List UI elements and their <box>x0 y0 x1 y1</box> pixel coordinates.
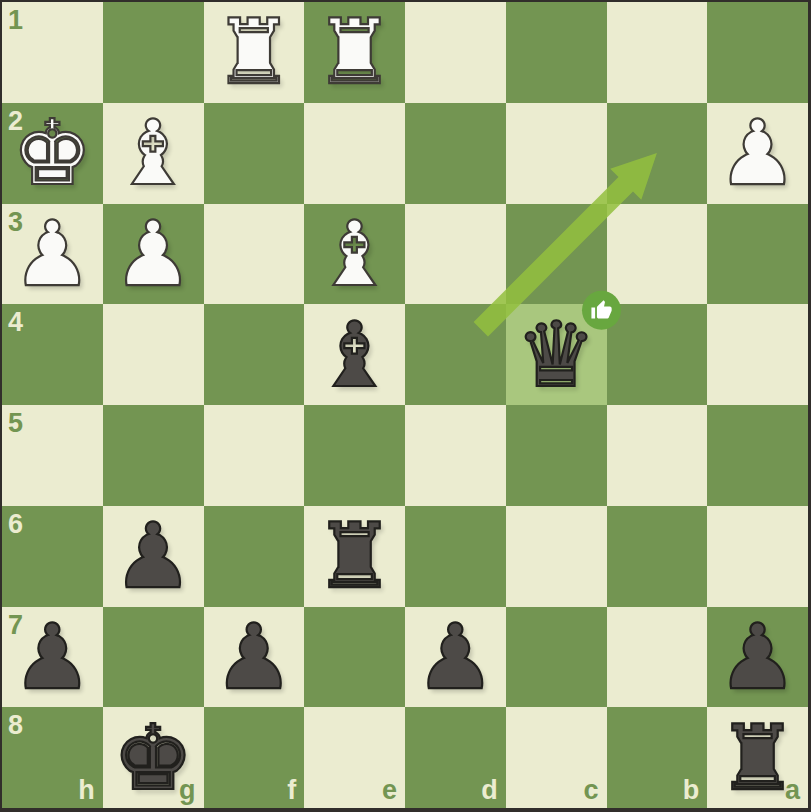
file-label-c: c <box>583 777 598 804</box>
piece-black-pawn-h7[interactable]: ♟ <box>12 612 93 702</box>
square-c6[interactable] <box>506 506 607 607</box>
piece-black-rook-e6[interactable]: ♜ <box>314 511 395 601</box>
square-f6[interactable] <box>204 506 305 607</box>
piece-black-king-g8[interactable]: ♚ <box>113 713 194 803</box>
square-d2[interactable] <box>405 103 506 204</box>
square-b2[interactable] <box>607 103 708 204</box>
square-g8[interactable]: g♚ <box>103 707 204 808</box>
piece-black-pawn-f7[interactable]: ♟ <box>214 612 295 702</box>
square-f8[interactable]: f <box>204 707 305 808</box>
square-a5[interactable] <box>707 405 808 506</box>
file-label-f: f <box>287 777 296 804</box>
square-c2[interactable] <box>506 103 607 204</box>
square-h5[interactable]: 5 <box>2 405 103 506</box>
rank-label-8: 8 <box>8 712 23 739</box>
file-label-h: h <box>78 777 95 804</box>
piece-white-rook-e1[interactable]: ♜ <box>314 7 395 97</box>
square-e7[interactable] <box>304 607 405 708</box>
piece-white-pawn-g3[interactable]: ♟ <box>113 209 194 299</box>
piece-white-rook-f1[interactable]: ♜ <box>214 7 295 97</box>
square-d3[interactable] <box>405 204 506 305</box>
square-a8[interactable]: a♜ <box>707 707 808 808</box>
square-b5[interactable] <box>607 405 708 506</box>
square-g5[interactable] <box>103 405 204 506</box>
square-d6[interactable] <box>405 506 506 607</box>
square-e8[interactable]: e <box>304 707 405 808</box>
piece-black-pawn-g6[interactable]: ♟ <box>113 511 194 601</box>
square-f7[interactable]: ♟ <box>204 607 305 708</box>
piece-black-rook-a8[interactable]: ♜ <box>717 713 798 803</box>
square-h3[interactable]: 3♟ <box>2 204 103 305</box>
piece-black-queen-c4[interactable]: ♛ <box>516 310 597 400</box>
square-c7[interactable] <box>506 607 607 708</box>
square-b3[interactable] <box>607 204 708 305</box>
piece-white-king-h2[interactable]: ♚ <box>12 108 93 198</box>
rank-label-5: 5 <box>8 410 23 437</box>
square-b1[interactable] <box>607 2 708 103</box>
square-e2[interactable] <box>304 103 405 204</box>
rank-label-4: 4 <box>8 309 23 336</box>
square-d5[interactable] <box>405 405 506 506</box>
square-f5[interactable] <box>204 405 305 506</box>
square-d4[interactable] <box>405 304 506 405</box>
square-b4[interactable] <box>607 304 708 405</box>
piece-white-pawn-h3[interactable]: ♟ <box>12 209 93 299</box>
square-g2[interactable]: ♝ <box>103 103 204 204</box>
square-e6[interactable]: ♜ <box>304 506 405 607</box>
piece-white-bishop-e3[interactable]: ♝ <box>314 209 395 299</box>
square-h8[interactable]: 8h <box>2 707 103 808</box>
square-a6[interactable] <box>707 506 808 607</box>
square-c3[interactable] <box>506 204 607 305</box>
piece-white-pawn-a2[interactable]: ♟ <box>717 108 798 198</box>
piece-black-pawn-d7[interactable]: ♟ <box>415 612 496 702</box>
square-g1[interactable] <box>103 2 204 103</box>
square-h6[interactable]: 6 <box>2 506 103 607</box>
square-a1[interactable] <box>707 2 808 103</box>
square-b7[interactable] <box>607 607 708 708</box>
square-e4[interactable]: ♝ <box>304 304 405 405</box>
square-b8[interactable]: b <box>607 707 708 808</box>
square-a7[interactable]: ♟ <box>707 607 808 708</box>
square-f1[interactable]: ♜ <box>204 2 305 103</box>
square-a4[interactable] <box>707 304 808 405</box>
square-d1[interactable] <box>405 2 506 103</box>
square-d8[interactable]: d <box>405 707 506 808</box>
chess-app: 1♜♜2♚♝♟3♟♟♝4♝♛56♟♜7♟♟♟♟8hg♚fedcba♜ <box>0 0 811 812</box>
square-e5[interactable] <box>304 405 405 506</box>
square-h7[interactable]: 7♟ <box>2 607 103 708</box>
piece-white-bishop-g2[interactable]: ♝ <box>113 108 194 198</box>
piece-black-pawn-a7[interactable]: ♟ <box>717 612 798 702</box>
rank-label-6: 6 <box>8 511 23 538</box>
square-a2[interactable]: ♟ <box>707 103 808 204</box>
square-c1[interactable] <box>506 2 607 103</box>
square-g3[interactable]: ♟ <box>103 204 204 305</box>
square-e1[interactable]: ♜ <box>304 2 405 103</box>
rank-label-1: 1 <box>8 7 23 34</box>
square-f2[interactable] <box>204 103 305 204</box>
square-g4[interactable] <box>103 304 204 405</box>
file-label-d: d <box>481 777 498 804</box>
square-b6[interactable] <box>607 506 708 607</box>
square-f3[interactable] <box>204 204 305 305</box>
square-a3[interactable] <box>707 204 808 305</box>
square-c5[interactable] <box>506 405 607 506</box>
square-e3[interactable]: ♝ <box>304 204 405 305</box>
square-g7[interactable] <box>103 607 204 708</box>
square-h4[interactable]: 4 <box>2 304 103 405</box>
square-g6[interactable]: ♟ <box>103 506 204 607</box>
piece-black-bishop-e4[interactable]: ♝ <box>314 310 395 400</box>
square-h1[interactable]: 1 <box>2 2 103 103</box>
square-f4[interactable] <box>204 304 305 405</box>
square-d7[interactable]: ♟ <box>405 607 506 708</box>
file-label-e: e <box>382 777 397 804</box>
file-label-b: b <box>683 777 700 804</box>
chess-board[interactable]: 1♜♜2♚♝♟3♟♟♝4♝♛56♟♜7♟♟♟♟8hg♚fedcba♜ <box>2 2 808 808</box>
square-c4[interactable]: ♛ <box>506 304 607 405</box>
square-c8[interactable]: c <box>506 707 607 808</box>
square-h2[interactable]: 2♚ <box>2 103 103 204</box>
